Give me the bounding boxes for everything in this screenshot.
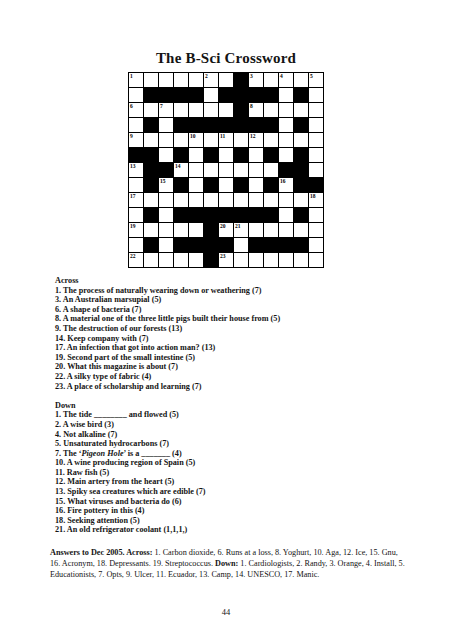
down-clue-2: 2. A wise bird (3) [55, 420, 417, 430]
grid-cell[interactable] [189, 148, 203, 162]
grid-cell[interactable] [204, 163, 218, 177]
black-cell [144, 238, 158, 252]
across-clue-20: 20. What this magazine is about (7) [55, 362, 417, 372]
grid-cell[interactable]: 3 [249, 73, 263, 87]
grid-cell[interactable] [174, 73, 188, 87]
across-clue-23: 23. A place of scholarship and learning … [55, 382, 417, 392]
page-title: The B-Sci Crossword [0, 50, 452, 67]
black-cell [204, 238, 218, 252]
cell-number: 3 [250, 73, 253, 79]
grid-cell[interactable]: 2 [204, 73, 218, 87]
cell-number: 17 [130, 193, 136, 199]
down-clue-13: 13. Spiky sea creatures which are edible… [55, 487, 417, 497]
grid-cell[interactable] [204, 193, 218, 207]
cell-number: 5 [310, 73, 313, 79]
cell-number: 11 [220, 133, 225, 139]
cell-number: 23 [220, 253, 226, 259]
down-clue-11: 11. Raw fish (5) [55, 468, 417, 478]
black-cell [174, 208, 188, 222]
grid-cell[interactable] [249, 193, 263, 207]
grid-cell[interactable] [159, 193, 173, 207]
cell-number: 13 [130, 163, 136, 169]
across-clue-19: 19. Second part of the small intestine (… [55, 353, 417, 363]
down-clue-4: 4. Not alkaline (7) [55, 430, 417, 440]
across-clue-3: 3. An Australian marsupial (5) [55, 295, 417, 305]
across-clue-14: 14. Keep company with (7) [55, 334, 417, 344]
clues-section: Across 1. The process of naturally weari… [55, 276, 417, 535]
grid-cell[interactable] [204, 133, 218, 147]
across-clue-17: 17. An infection that got into action ma… [55, 343, 417, 353]
black-cell [174, 178, 188, 192]
black-cell [234, 118, 248, 132]
grid-cell[interactable]: 9 [129, 133, 143, 147]
grid-cell[interactable] [144, 133, 158, 147]
grid-cell[interactable] [189, 163, 203, 177]
black-cell [264, 148, 278, 162]
black-cell [294, 148, 308, 162]
grid-cell[interactable] [219, 178, 233, 192]
black-cell [159, 163, 173, 177]
black-cell [174, 238, 188, 252]
grid-cell[interactable]: 8 [249, 103, 263, 117]
grid-cell[interactable] [249, 163, 263, 177]
black-cell [294, 118, 308, 132]
grid-cell[interactable] [264, 163, 278, 177]
across-clue-22: 22. A silky type of fabric (4) [55, 372, 417, 382]
grid-cell[interactable] [249, 148, 263, 162]
grid-cell[interactable] [264, 193, 278, 207]
cell-number: 2 [205, 73, 208, 79]
black-cell [294, 178, 308, 192]
grid-cell[interactable] [159, 208, 173, 222]
grid-cell[interactable] [174, 193, 188, 207]
grid-cell[interactable]: 1 [129, 73, 143, 87]
down-clue-list: 1. The tide ________ and flowed (5)2. A … [55, 410, 417, 535]
cell-number: 14 [175, 163, 181, 169]
grid-cell[interactable] [234, 133, 248, 147]
grid-cell[interactable]: 12 [249, 133, 263, 147]
cell-number: 6 [130, 103, 133, 109]
down-clue-12: 12. Main artery from the heart (5) [55, 477, 417, 487]
grid-cell[interactable] [249, 253, 263, 267]
grid-cell[interactable] [129, 118, 143, 132]
down-clue-15: 15. What viruses and bacteria do (6) [55, 497, 417, 507]
grid-cell[interactable] [234, 163, 248, 177]
across-clue-1: 1. The process of naturally wearing down… [55, 286, 417, 296]
grid-cell[interactable]: 4 [279, 73, 293, 87]
grid-cell[interactable] [174, 253, 188, 267]
grid-cell[interactable] [279, 223, 293, 237]
cell-number: 15 [160, 178, 166, 184]
grid-cell[interactable] [129, 208, 143, 222]
cell-number: 4 [280, 73, 283, 79]
grid-cell[interactable] [189, 178, 203, 192]
grid-cell[interactable] [294, 73, 308, 87]
down-clue-10: 10. A wine producing region of Spain (5) [55, 458, 417, 468]
black-cell [144, 208, 158, 222]
black-cell [204, 118, 218, 132]
grid-cell[interactable] [159, 148, 173, 162]
grid-cell[interactable] [309, 133, 323, 147]
grid-cell[interactable] [309, 238, 323, 252]
grid-cell[interactable]: 22 [129, 253, 143, 267]
grid-cell[interactable]: 13 [129, 163, 143, 177]
grid-cell[interactable] [174, 133, 188, 147]
black-cell [234, 178, 248, 192]
grid-cell[interactable] [294, 193, 308, 207]
black-cell [279, 238, 293, 252]
grid-cell[interactable] [174, 223, 188, 237]
cell-number: 8 [250, 103, 253, 109]
black-cell [234, 208, 248, 222]
black-cell [159, 88, 173, 102]
grid-cell[interactable] [189, 103, 203, 117]
black-cell [144, 118, 158, 132]
grid-cell[interactable] [309, 88, 323, 102]
cell-number: 7 [160, 103, 163, 109]
grid-cell[interactable] [219, 163, 233, 177]
cell-number: 22 [130, 253, 136, 259]
black-cell [204, 253, 218, 267]
black-cell [249, 118, 263, 132]
grid-cell[interactable] [219, 193, 233, 207]
down-clue-21: 21. An old refrigerator coolant (1,1,1,) [55, 525, 417, 535]
grid-cell[interactable]: 15 [159, 178, 173, 192]
across-clue-list: 1. The process of naturally wearing down… [55, 286, 417, 392]
grid-cell[interactable] [264, 73, 278, 87]
grid-cell[interactable] [159, 73, 173, 87]
cell-number: 16 [280, 178, 286, 184]
black-cell [234, 148, 248, 162]
grid-cell[interactable] [279, 208, 293, 222]
grid-cell[interactable] [294, 133, 308, 147]
grid-cell[interactable] [309, 103, 323, 117]
answers-lead-label: Answers to Dec 2005. Across: [50, 548, 152, 557]
down-clue-5: 5. Unsaturated hydrocarbons (7) [55, 439, 417, 449]
grid-cell[interactable] [159, 223, 173, 237]
black-cell [174, 88, 188, 102]
grid-cell[interactable]: 17 [129, 193, 143, 207]
black-cell [144, 163, 158, 177]
black-cell [219, 118, 233, 132]
grid-cell[interactable]: 20 [219, 223, 233, 237]
grid-cell[interactable] [264, 103, 278, 117]
black-cell [144, 178, 158, 192]
black-cell [204, 223, 218, 237]
black-cell [264, 178, 278, 192]
black-cell [234, 73, 248, 87]
black-cell [249, 88, 263, 102]
grid-cell[interactable] [309, 148, 323, 162]
grid-cell[interactable] [294, 253, 308, 267]
cell-number: 1 [130, 73, 133, 79]
cell-number: 10 [190, 133, 196, 139]
black-cell [189, 88, 203, 102]
grid-cell[interactable] [309, 253, 323, 267]
grid-cell[interactable] [144, 103, 158, 117]
black-cell [294, 208, 308, 222]
grid-cell[interactable] [189, 73, 203, 87]
grid-cell[interactable] [144, 253, 158, 267]
grid-cell[interactable] [144, 73, 158, 87]
cell-number: 18 [310, 193, 316, 199]
grid-cell[interactable]: 6 [129, 103, 143, 117]
black-cell [249, 238, 263, 252]
grid-cell[interactable] [159, 118, 173, 132]
cell-number: 9 [130, 133, 133, 139]
grid-cell[interactable]: 11 [219, 133, 233, 147]
across-clue-8: 8. A material one of the three little pi… [55, 314, 417, 324]
grid-cell[interactable] [159, 238, 173, 252]
grid-cell[interactable] [144, 193, 158, 207]
black-cell [234, 103, 248, 117]
grid-cell[interactable] [204, 103, 218, 117]
black-cell [264, 238, 278, 252]
grid-cell[interactable] [249, 178, 263, 192]
page: The B-Sci Crossword 12345678910111213141… [0, 0, 452, 640]
grid-cell[interactable]: 5 [309, 73, 323, 87]
grid-cell[interactable] [249, 223, 263, 237]
grid-cell[interactable]: 19 [129, 223, 143, 237]
down-clue-18: 18. Seeking attention (5) [55, 516, 417, 526]
grid-cell[interactable] [159, 253, 173, 267]
grid-cell[interactable] [264, 223, 278, 237]
grid-cell[interactable] [129, 88, 143, 102]
answers-paragraph: Answers to Dec 2005. Across: 1. Carbon d… [50, 547, 410, 580]
cell-number: 19 [130, 223, 136, 229]
grid-cell[interactable] [309, 118, 323, 132]
grid-cell[interactable] [279, 133, 293, 147]
grid-cell[interactable] [309, 208, 323, 222]
grid-cell[interactable] [234, 193, 248, 207]
grid-cell[interactable] [294, 223, 308, 237]
grid-cell[interactable] [189, 253, 203, 267]
grid-cell[interactable]: 23 [219, 253, 233, 267]
down-clue-16: 16. Fire pottery in this (4) [55, 506, 417, 516]
black-cell [189, 118, 203, 132]
down-header: Down [55, 401, 417, 411]
black-cell [204, 208, 218, 222]
black-cell [219, 88, 233, 102]
black-cell [144, 148, 158, 162]
cell-number: 21 [235, 223, 241, 229]
black-cell [249, 208, 263, 222]
grid-cell[interactable] [279, 253, 293, 267]
answers-down-label: Down: [215, 559, 238, 568]
grid-cell[interactable] [279, 148, 293, 162]
grid-cell[interactable] [264, 253, 278, 267]
grid-cell[interactable] [189, 223, 203, 237]
grid-cell[interactable] [294, 103, 308, 117]
grid-cell[interactable] [234, 238, 248, 252]
grid-cell[interactable] [279, 103, 293, 117]
black-cell [174, 148, 188, 162]
grid-cell[interactable] [174, 103, 188, 117]
grid-cell[interactable] [144, 223, 158, 237]
grid-cell[interactable] [279, 193, 293, 207]
black-cell [294, 88, 308, 102]
black-cell [204, 178, 218, 192]
cell-number: 20 [220, 223, 226, 229]
grid-cell[interactable] [309, 163, 323, 177]
black-cell [219, 238, 233, 252]
black-cell [129, 148, 143, 162]
grid-cell[interactable] [129, 238, 143, 252]
across-clue-6: 6. A shape of bacteria (7) [55, 305, 417, 315]
grid-cell[interactable] [219, 73, 233, 87]
black-cell [174, 118, 188, 132]
across-clue-9: 9. The destruction of our forests (13) [55, 324, 417, 334]
grid-cell[interactable] [219, 103, 233, 117]
grid-cell[interactable] [279, 118, 293, 132]
grid-cell[interactable] [129, 178, 143, 192]
black-cell [279, 163, 293, 177]
black-cell [204, 148, 218, 162]
black-cell [234, 88, 248, 102]
black-cell [219, 208, 233, 222]
black-cell [144, 88, 158, 102]
grid-cell[interactable] [204, 88, 218, 102]
black-cell [264, 208, 278, 222]
grid-cell[interactable] [309, 223, 323, 237]
across-header: Across [55, 276, 417, 286]
black-cell [309, 178, 323, 192]
down-clue-1: 1. The tide ________ and flowed (5) [55, 410, 417, 420]
grid-cell[interactable] [264, 133, 278, 147]
grid-cell[interactable]: 21 [234, 223, 248, 237]
black-cell [264, 88, 278, 102]
grid-cell[interactable] [159, 133, 173, 147]
black-cell [294, 163, 308, 177]
crossword-grid: 1234567891011121314151617181920212223 [128, 72, 324, 268]
grid-cell[interactable]: 7 [159, 103, 173, 117]
grid-cell[interactable]: 10 [189, 133, 203, 147]
grid-cell[interactable]: 18 [309, 193, 323, 207]
page-number: 44 [0, 607, 452, 617]
grid-cell[interactable]: 14 [174, 163, 188, 177]
black-cell [189, 238, 203, 252]
cell-number: 12 [250, 133, 256, 139]
grid-cell[interactable] [279, 88, 293, 102]
grid-cell[interactable] [234, 253, 248, 267]
black-cell [264, 118, 278, 132]
down-clue-7: 7. The ‘Pigeon Hole’ is a _______ (4) [55, 449, 417, 459]
grid-cell[interactable] [219, 148, 233, 162]
grid-cell[interactable] [189, 193, 203, 207]
grid-cell[interactable]: 16 [279, 178, 293, 192]
black-cell [189, 208, 203, 222]
black-cell [294, 238, 308, 252]
